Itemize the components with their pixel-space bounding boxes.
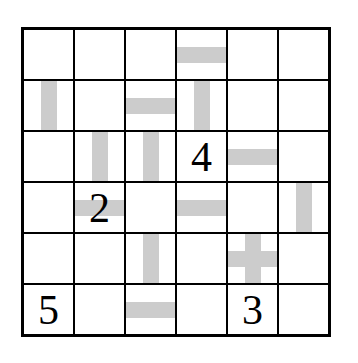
cell-r6c4[interactable] [177, 285, 226, 334]
cell-r6c6[interactable] [279, 285, 328, 334]
cell-r1c1[interactable] [24, 30, 73, 79]
horizontal-segment [177, 47, 226, 63]
clue-number: 3 [228, 285, 277, 334]
puzzle-page: 4253 [0, 0, 358, 363]
cell-r4c1[interactable] [24, 183, 73, 232]
vertical-segment [41, 81, 57, 130]
vertical-segment [143, 132, 159, 181]
cell-r3c4[interactable]: 4 [177, 132, 226, 181]
cell-r6c3[interactable] [126, 285, 175, 334]
horizontal-segment [126, 98, 175, 114]
clue-number: 4 [177, 132, 226, 181]
vertical-segment [92, 132, 108, 181]
horizontal-segment [126, 302, 175, 318]
cell-r3c6[interactable] [279, 132, 328, 181]
cell-r2c6[interactable] [279, 81, 328, 130]
cell-r1c3[interactable] [126, 30, 175, 79]
cell-r1c2[interactable] [75, 30, 124, 79]
cell-r4c6[interactable] [279, 183, 328, 232]
cell-r5c2[interactable] [75, 234, 124, 283]
cell-r2c1[interactable] [24, 81, 73, 130]
cell-r2c4[interactable] [177, 81, 226, 130]
cell-r6c5[interactable]: 3 [228, 285, 277, 334]
horizontal-segment [177, 200, 226, 216]
cell-r4c4[interactable] [177, 183, 226, 232]
cell-r2c3[interactable] [126, 81, 175, 130]
cell-r4c2[interactable]: 2 [75, 183, 124, 232]
clue-number: 2 [75, 183, 124, 232]
horizontal-segment [228, 149, 277, 165]
cell-r6c1[interactable]: 5 [24, 285, 73, 334]
cell-r3c2[interactable] [75, 132, 124, 181]
cell-r1c5[interactable] [228, 30, 277, 79]
cell-r1c6[interactable] [279, 30, 328, 79]
vertical-segment [245, 234, 261, 283]
cell-r2c5[interactable] [228, 81, 277, 130]
cell-r1c4[interactable] [177, 30, 226, 79]
cell-r3c3[interactable] [126, 132, 175, 181]
cell-r5c1[interactable] [24, 234, 73, 283]
cell-r3c5[interactable] [228, 132, 277, 181]
clue-number: 5 [24, 285, 73, 334]
cell-r4c5[interactable] [228, 183, 277, 232]
cell-r5c6[interactable] [279, 234, 328, 283]
cell-r4c3[interactable] [126, 183, 175, 232]
cell-r6c2[interactable] [75, 285, 124, 334]
vertical-segment [143, 234, 159, 283]
cell-r5c3[interactable] [126, 234, 175, 283]
cell-r5c4[interactable] [177, 234, 226, 283]
cell-r2c2[interactable] [75, 81, 124, 130]
cell-r3c1[interactable] [24, 132, 73, 181]
vertical-segment [296, 183, 312, 232]
puzzle-board: 4253 [21, 27, 331, 337]
cell-r5c5[interactable] [228, 234, 277, 283]
vertical-segment [194, 81, 210, 130]
